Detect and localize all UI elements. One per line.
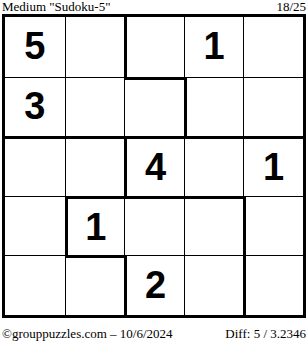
footer: ©grouppuzzles.com – 10/6/2024 Diff: 5 / … — [2, 326, 306, 341]
puzzle-title: Medium "Sudoku-5" — [2, 0, 110, 13]
cell-r3c4-empty[interactable] — [184, 136, 244, 196]
cell-r3c2-empty[interactable] — [65, 136, 125, 196]
cell-r5c1-empty[interactable] — [5, 255, 65, 315]
cell-r3c5-given: 1 — [243, 136, 303, 196]
sudoku-board: 5134112 — [2, 14, 306, 318]
difficulty-rating: Diff: 5 / 3.2346 — [225, 327, 306, 341]
cell-r1c2-empty[interactable] — [65, 17, 125, 77]
cell-r4c1-empty[interactable] — [5, 196, 65, 256]
cell-r4c2-given: 1 — [65, 196, 125, 256]
cell-r2c1-given: 3 — [5, 77, 65, 137]
sudoku-page: Medium "Sudoku-5" 18/25 5134112 ©grouppu… — [0, 0, 308, 343]
cell-r1c5-empty[interactable] — [243, 17, 303, 77]
copyright-date: ©grouppuzzles.com – 10/6/2024 — [2, 327, 173, 341]
cells-remaining-counter: 18/25 — [276, 0, 306, 13]
cell-r3c1-empty[interactable] — [5, 136, 65, 196]
cell-r4c4-empty[interactable] — [184, 196, 244, 256]
cell-r3c3-given: 4 — [124, 136, 184, 196]
cell-r2c3-empty[interactable] — [124, 77, 184, 137]
cell-r1c1-given: 5 — [5, 17, 65, 77]
cell-r5c2-empty[interactable] — [65, 255, 125, 315]
cell-r1c3-empty[interactable] — [124, 17, 184, 77]
cell-r4c3-empty[interactable] — [124, 196, 184, 256]
header: Medium "Sudoku-5" 18/25 — [2, 0, 306, 13]
cell-r2c2-empty[interactable] — [65, 77, 125, 137]
cell-r4c5-empty[interactable] — [243, 196, 303, 256]
cell-r2c5-empty[interactable] — [243, 77, 303, 137]
cell-r5c5-empty[interactable] — [243, 255, 303, 315]
cell-r1c4-given: 1 — [184, 17, 244, 77]
cell-r5c3-given: 2 — [124, 255, 184, 315]
cell-r5c4-empty[interactable] — [184, 255, 244, 315]
cell-r2c4-empty[interactable] — [184, 77, 244, 137]
